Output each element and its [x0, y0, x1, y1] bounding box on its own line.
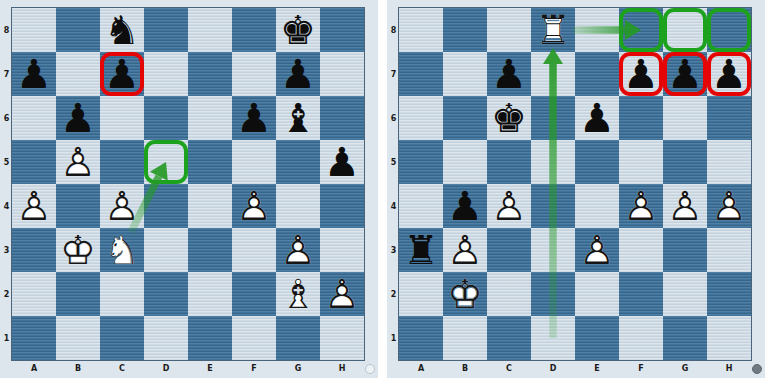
piece-glyph: ♚ — [487, 96, 531, 140]
square-f1[interactable] — [232, 316, 276, 360]
rank-label-6: 6 — [2, 96, 11, 140]
square-f1[interactable] — [619, 316, 663, 360]
rank-label-7: 7 — [389, 52, 398, 96]
piece-glyph: ♝ — [276, 96, 320, 140]
black-king[interactable]: ♚ — [487, 96, 531, 140]
square-f2[interactable] — [232, 272, 276, 316]
square-a7[interactable] — [399, 52, 443, 96]
square-h6[interactable] — [320, 96, 364, 140]
piece-glyph: ♟ — [232, 96, 276, 140]
square-d6[interactable] — [531, 96, 575, 140]
file-label-A: A — [399, 362, 443, 375]
square-f3[interactable] — [232, 228, 276, 272]
piece-glyph: ♟ — [12, 52, 56, 96]
file-label-D: D — [144, 362, 188, 375]
square-a3[interactable] — [12, 228, 56, 272]
square-a6[interactable] — [12, 96, 56, 140]
square-g5[interactable] — [276, 140, 320, 184]
square-g3[interactable] — [663, 228, 707, 272]
piece-glyph: ♟ — [619, 52, 663, 96]
square-c3[interactable] — [487, 228, 531, 272]
black-pawn[interactable]: ♟ — [487, 52, 531, 96]
square-e1[interactable] — [188, 316, 232, 360]
square-e2[interactable] — [188, 272, 232, 316]
square-h1[interactable] — [320, 316, 364, 360]
rank-label-2: 2 — [389, 272, 398, 316]
piece-glyph: ♟ — [56, 96, 100, 140]
square-e7[interactable] — [188, 52, 232, 96]
white-pawn[interactable]: ♟♙ — [12, 184, 56, 228]
square-b4[interactable] — [56, 184, 100, 228]
square-d8[interactable] — [144, 8, 188, 52]
black-pawn[interactable]: ♟ — [443, 184, 487, 228]
rank-label-7: 7 — [2, 52, 11, 96]
piece-glyph: ♟ — [575, 96, 619, 140]
square-d4[interactable] — [531, 184, 575, 228]
square-e2[interactable] — [575, 272, 619, 316]
piece-glyph: ♟ — [276, 52, 320, 96]
square-g4[interactable] — [276, 184, 320, 228]
white-king[interactable]: ♚♔ — [56, 228, 100, 272]
file-label-C: C — [100, 362, 144, 375]
square-d3[interactable] — [144, 228, 188, 272]
square-a1[interactable] — [399, 316, 443, 360]
square-d3[interactable] — [531, 228, 575, 272]
piece-glyph: ♙ — [56, 140, 100, 184]
white-bishop[interactable]: ♝♗ — [276, 272, 320, 316]
square-f5[interactable] — [232, 140, 276, 184]
rank-label-4: 4 — [2, 184, 11, 228]
rank-label-8: 8 — [389, 8, 398, 52]
square-h2[interactable] — [707, 272, 751, 316]
square-g2[interactable] — [663, 272, 707, 316]
white-pawn[interactable]: ♟♙ — [100, 184, 144, 228]
file-label-C: C — [487, 362, 531, 375]
piece-glyph: ♙ — [487, 184, 531, 228]
square-d7[interactable] — [144, 52, 188, 96]
rank-label-5: 5 — [389, 140, 398, 184]
square-a5[interactable] — [399, 140, 443, 184]
square-e3[interactable] — [188, 228, 232, 272]
square-a8[interactable] — [399, 8, 443, 52]
square-g6[interactable] — [663, 96, 707, 140]
square-b8[interactable] — [56, 8, 100, 52]
square-c2[interactable] — [100, 272, 144, 316]
piece-glyph: ♖ — [531, 8, 575, 52]
square-a4[interactable] — [399, 184, 443, 228]
square-f8[interactable] — [232, 8, 276, 52]
square-g1[interactable] — [663, 316, 707, 360]
file-label-G: G — [663, 362, 707, 375]
piece-glyph: ♟ — [487, 52, 531, 96]
white-pawn[interactable]: ♟♙ — [575, 228, 619, 272]
piece-glyph: ♙ — [443, 228, 487, 272]
resize-handle-icon[interactable] — [365, 364, 375, 374]
white-pawn[interactable]: ♟♙ — [487, 184, 531, 228]
piece-glyph: ♘ — [100, 228, 144, 272]
black-bishop[interactable]: ♝ — [276, 96, 320, 140]
file-label-E: E — [575, 362, 619, 375]
piece-glyph: ♙ — [232, 184, 276, 228]
square-e7[interactable] — [575, 52, 619, 96]
square-d1[interactable] — [531, 316, 575, 360]
square-e1[interactable] — [575, 316, 619, 360]
square-e6[interactable] — [188, 96, 232, 140]
rank-label-4: 4 — [389, 184, 398, 228]
rank-label-1: 1 — [2, 316, 11, 360]
black-knight[interactable]: ♞ — [100, 8, 144, 52]
square-c5[interactable] — [100, 140, 144, 184]
piece-glyph: ♙ — [100, 184, 144, 228]
file-label-E: E — [188, 362, 232, 375]
square-c2[interactable] — [487, 272, 531, 316]
black-king[interactable]: ♚ — [276, 8, 320, 52]
square-b1[interactable] — [443, 316, 487, 360]
square-a1[interactable] — [12, 316, 56, 360]
rank-label-5: 5 — [2, 140, 11, 184]
green-highlight-d5 — [144, 140, 188, 184]
square-d7[interactable] — [531, 52, 575, 96]
square-f7[interactable] — [232, 52, 276, 96]
square-c1[interactable] — [487, 316, 531, 360]
black-pawn[interactable]: ♟ — [707, 52, 751, 96]
file-label-D: D — [531, 362, 575, 375]
square-f6[interactable] — [619, 96, 663, 140]
square-d1[interactable] — [144, 316, 188, 360]
rank-label-6: 6 — [389, 96, 398, 140]
piece-glyph: ♙ — [619, 184, 663, 228]
square-d2[interactable] — [531, 272, 575, 316]
piece-glyph: ♙ — [575, 228, 619, 272]
black-pawn[interactable]: ♟ — [232, 96, 276, 140]
file-label-H: H — [320, 362, 364, 375]
file-label-F: F — [232, 362, 276, 375]
square-b8[interactable] — [443, 8, 487, 52]
file-label-H: H — [707, 362, 751, 375]
square-f2[interactable] — [619, 272, 663, 316]
piece-glyph: ♙ — [320, 272, 364, 316]
white-pawn[interactable]: ♟♙ — [232, 184, 276, 228]
piece-glyph: ♞ — [100, 8, 144, 52]
black-pawn[interactable]: ♟ — [56, 96, 100, 140]
rank-label-2: 2 — [2, 272, 11, 316]
square-g5[interactable] — [663, 140, 707, 184]
piece-glyph: ♟ — [707, 52, 751, 96]
square-e5[interactable] — [575, 140, 619, 184]
square-e4[interactable] — [188, 184, 232, 228]
white-pawn[interactable]: ♟♙ — [663, 184, 707, 228]
square-c1[interactable] — [100, 316, 144, 360]
square-c8[interactable] — [487, 8, 531, 52]
black-pawn[interactable]: ♟ — [619, 52, 663, 96]
white-rook[interactable]: ♜♖ — [531, 8, 575, 52]
white-pawn[interactable]: ♟♙ — [707, 184, 751, 228]
right-board-panel: 87654321 ♜♖♟♟♟♟♚♟♟♟♙♟♙♟♙♟♙♜♟♙♟♙♚♔ ABCDEF… — [387, 0, 765, 378]
white-king[interactable]: ♚♔ — [443, 272, 487, 316]
black-pawn[interactable]: ♟ — [575, 96, 619, 140]
piece-glyph: ♟ — [320, 140, 364, 184]
piece-glyph: ♙ — [707, 184, 751, 228]
green-highlight-h8 — [707, 8, 751, 52]
piece-glyph: ♔ — [443, 272, 487, 316]
square-h1[interactable] — [707, 316, 751, 360]
file-label-A: A — [12, 362, 56, 375]
square-b7[interactable] — [443, 52, 487, 96]
piece-glyph: ♟ — [443, 184, 487, 228]
black-pawn[interactable]: ♟ — [100, 52, 144, 96]
square-h6[interactable] — [707, 96, 751, 140]
square-e8[interactable] — [575, 8, 619, 52]
piece-glyph: ♜ — [399, 228, 443, 272]
rank-label-1: 1 — [389, 316, 398, 360]
file-label-B: B — [443, 362, 487, 375]
resize-handle-icon[interactable] — [752, 364, 762, 374]
square-a8[interactable] — [12, 8, 56, 52]
black-pawn[interactable]: ♟ — [276, 52, 320, 96]
square-h8[interactable] — [320, 8, 364, 52]
rank-label-3: 3 — [389, 228, 398, 272]
square-h5[interactable] — [707, 140, 751, 184]
green-highlight-g8 — [663, 8, 707, 52]
square-h3[interactable] — [707, 228, 751, 272]
square-f3[interactable] — [619, 228, 663, 272]
square-h7[interactable] — [320, 52, 364, 96]
black-rook[interactable]: ♜ — [399, 228, 443, 272]
square-b2[interactable] — [56, 272, 100, 316]
rank-label-8: 8 — [2, 8, 11, 52]
square-e8[interactable] — [188, 8, 232, 52]
white-pawn[interactable]: ♟♙ — [443, 228, 487, 272]
piece-glyph: ♔ — [56, 228, 100, 272]
piece-glyph: ♟ — [663, 52, 707, 96]
piece-glyph: ♚ — [276, 8, 320, 52]
square-a2[interactable] — [12, 272, 56, 316]
square-e5[interactable] — [188, 140, 232, 184]
piece-glyph: ♗ — [276, 272, 320, 316]
square-h3[interactable] — [320, 228, 364, 272]
square-d5[interactable] — [531, 140, 575, 184]
square-a2[interactable] — [399, 272, 443, 316]
square-f5[interactable] — [619, 140, 663, 184]
square-b7[interactable] — [56, 52, 100, 96]
square-d2[interactable] — [144, 272, 188, 316]
piece-glyph: ♙ — [663, 184, 707, 228]
square-e4[interactable] — [575, 184, 619, 228]
square-a5[interactable] — [12, 140, 56, 184]
square-c6[interactable] — [100, 96, 144, 140]
file-label-B: B — [56, 362, 100, 375]
square-b1[interactable] — [56, 316, 100, 360]
file-label-G: G — [276, 362, 320, 375]
rank-label-3: 3 — [2, 228, 11, 272]
piece-glyph: ♙ — [276, 228, 320, 272]
white-pawn[interactable]: ♟♙ — [320, 272, 364, 316]
white-pawn[interactable]: ♟♙ — [276, 228, 320, 272]
square-c5[interactable] — [487, 140, 531, 184]
square-h4[interactable] — [320, 184, 364, 228]
square-a6[interactable] — [399, 96, 443, 140]
white-knight[interactable]: ♞♘ — [100, 228, 144, 272]
square-b5[interactable] — [443, 140, 487, 184]
piece-glyph: ♙ — [12, 184, 56, 228]
piece-glyph: ♟ — [100, 52, 144, 96]
left-board-panel: 87654321 ♞♚♟♟♟♟♟♝♟♙♟♟♙♟♙♟♙♚♔♞♘♟♙♝♗♟♙ ABC… — [0, 0, 378, 378]
square-b6[interactable] — [443, 96, 487, 140]
square-d4[interactable] — [144, 184, 188, 228]
square-g1[interactable] — [276, 316, 320, 360]
black-pawn[interactable]: ♟ — [663, 52, 707, 96]
chess-board-right[interactable]: ♜♖♟♟♟♟♚♟♟♟♙♟♙♟♙♟♙♜♟♙♟♙♚♔ — [399, 8, 751, 360]
white-pawn[interactable]: ♟♙ — [56, 140, 100, 184]
black-pawn[interactable]: ♟ — [320, 140, 364, 184]
green-highlight-f8 — [619, 8, 663, 52]
white-pawn[interactable]: ♟♙ — [619, 184, 663, 228]
square-d6[interactable] — [144, 96, 188, 140]
black-pawn[interactable]: ♟ — [12, 52, 56, 96]
chess-board-left[interactable]: ♞♚♟♟♟♟♟♝♟♙♟♟♙♟♙♟♙♚♔♞♘♟♙♝♗♟♙ — [12, 8, 364, 360]
file-label-F: F — [619, 362, 663, 375]
